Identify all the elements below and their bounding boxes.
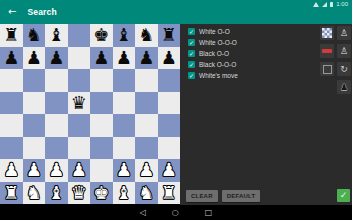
square-e4[interactable] — [90, 114, 113, 137]
square-g6[interactable] — [135, 69, 158, 92]
square-b6[interactable] — [23, 69, 46, 92]
black-p-piece: ♟ — [3, 49, 19, 67]
reset-board-icon[interactable]: ↻ — [337, 62, 351, 76]
checkbox-label: White's move — [199, 72, 238, 79]
current-board-icon[interactable] — [320, 26, 334, 40]
white-p-piece: ♟ — [161, 161, 177, 179]
square-c5[interactable] — [45, 92, 68, 115]
black-p-piece: ♟ — [93, 49, 109, 67]
black-p-piece: ♟ — [48, 49, 64, 67]
square-a2[interactable]: ♟ — [0, 159, 23, 182]
checkbox-black-ooo[interactable]: ✓Black O-O-O — [188, 61, 238, 68]
white-p-piece: ♟ — [116, 161, 132, 179]
checkmark-icon: ✓ — [189, 40, 194, 46]
page-title: Search — [27, 7, 57, 17]
square-e3[interactable] — [90, 137, 113, 160]
android-nav-bar: ◁ ○ □ — [0, 205, 352, 220]
square-d4[interactable] — [68, 114, 91, 137]
square-a8[interactable]: ♜ — [0, 24, 23, 47]
square-a7[interactable]: ♟ — [0, 47, 23, 70]
mini-board-icon — [322, 28, 332, 38]
square-a4[interactable] — [0, 114, 23, 137]
square-a3[interactable] — [0, 137, 23, 160]
square-c4[interactable] — [45, 114, 68, 137]
black-p-piece: ♟ — [161, 49, 177, 67]
white-p-piece: ♟ — [71, 161, 87, 179]
white-r-piece: ♜ — [3, 184, 19, 202]
white-p-piece: ♟ — [48, 161, 64, 179]
checkbox-black-oo[interactable]: ✓Black O-O — [188, 50, 238, 57]
empty-square-shape — [323, 65, 332, 74]
black-pawn-icon[interactable]: ♟ — [337, 80, 351, 94]
castling-options-list: ✓White O-O✓White O-O-O✓Black O-O✓Black O… — [188, 28, 238, 79]
square-e2[interactable] — [90, 159, 113, 182]
nav-back-icon[interactable]: ◁ — [140, 209, 146, 217]
empty-square-icon[interactable] — [320, 62, 334, 76]
checkbox-whites-move[interactable]: ✓White's move — [188, 72, 238, 79]
checkbox-box-black-ooo: ✓ — [188, 61, 195, 68]
square-g3[interactable] — [135, 137, 158, 160]
square-c7[interactable]: ♟ — [45, 47, 68, 70]
square-b4[interactable] — [23, 114, 46, 137]
signal-icon — [322, 2, 327, 7]
square-c3[interactable] — [45, 137, 68, 160]
confirm-search-button[interactable]: ✓ — [337, 189, 350, 202]
square-e6[interactable] — [90, 69, 113, 92]
square-c2[interactable]: ♟ — [45, 159, 68, 182]
white-b-piece: ♝ — [116, 184, 132, 202]
square-h1[interactable]: ♜ — [158, 182, 181, 205]
square-g5[interactable] — [135, 92, 158, 115]
square-f5[interactable] — [113, 92, 136, 115]
square-d8[interactable] — [68, 24, 91, 47]
search-panel: ✓White O-O✓White O-O-O✓Black O-O✓Black O… — [180, 24, 352, 205]
checkmark-icon: ✓ — [189, 62, 194, 68]
square-h5[interactable] — [158, 92, 181, 115]
status-bar: 1:00 — [313, 1, 348, 8]
black-b-piece: ♝ — [116, 26, 132, 44]
square-h8[interactable]: ♜ — [158, 24, 181, 47]
checkbox-box-black-oo: ✓ — [188, 50, 195, 57]
status-time: 1:00 — [336, 1, 348, 8]
square-b1[interactable]: ♞ — [23, 182, 46, 205]
square-f1[interactable]: ♝ — [113, 182, 136, 205]
black-q-piece: ♛ — [71, 94, 87, 112]
piece-tool-strip: ♙ ♙ ↻ ♟ — [320, 26, 351, 94]
white-b-piece: ♝ — [48, 184, 64, 202]
square-a5[interactable] — [0, 92, 23, 115]
black-p-piece: ♟ — [138, 49, 154, 67]
square-b3[interactable] — [23, 137, 46, 160]
back-arrow-icon[interactable]: ← — [8, 7, 16, 17]
black-p-piece: ♟ — [26, 49, 42, 67]
square-b8[interactable]: ♞ — [23, 24, 46, 47]
black-k-piece: ♚ — [93, 26, 109, 44]
square-h7[interactable]: ♟ — [158, 47, 181, 70]
square-f3[interactable] — [113, 137, 136, 160]
square-c1[interactable]: ♝ — [45, 182, 68, 205]
square-d1[interactable]: ♛ — [68, 182, 91, 205]
square-b7[interactable]: ♟ — [23, 47, 46, 70]
square-h3[interactable] — [158, 137, 181, 160]
square-e7[interactable]: ♟ — [90, 47, 113, 70]
square-h4[interactable] — [158, 114, 181, 137]
checkbox-white-oo[interactable]: ✓White O-O — [188, 28, 238, 35]
square-g8[interactable]: ♞ — [135, 24, 158, 47]
square-g7[interactable]: ♟ — [135, 47, 158, 70]
square-f8[interactable]: ♝ — [113, 24, 136, 47]
square-f6[interactable] — [113, 69, 136, 92]
white-r-piece: ♜ — [161, 184, 177, 202]
square-d5[interactable]: ♛ — [68, 92, 91, 115]
square-f2[interactable]: ♟ — [113, 159, 136, 182]
white-p-piece: ♟ — [138, 161, 154, 179]
square-f7[interactable]: ♟ — [113, 47, 136, 70]
checkbox-box-white-ooo: ✓ — [188, 39, 195, 46]
black-n-piece: ♞ — [138, 26, 154, 44]
checkbox-label: Black O-O — [199, 50, 229, 57]
square-c8[interactable]: ♝ — [45, 24, 68, 47]
square-h2[interactable]: ♟ — [158, 159, 181, 182]
clear-button[interactable]: CLEAR — [186, 190, 218, 202]
battery-icon — [330, 2, 333, 7]
black-r-piece: ♜ — [161, 26, 177, 44]
checkmark-icon: ✓ — [189, 29, 194, 35]
white-p-piece: ♟ — [3, 161, 19, 179]
square-d7[interactable] — [68, 47, 91, 70]
square-g1[interactable]: ♞ — [135, 182, 158, 205]
black-p-piece: ♟ — [116, 49, 132, 67]
nav-home-icon[interactable]: ○ — [172, 209, 179, 217]
square-b2[interactable]: ♟ — [23, 159, 46, 182]
default-button[interactable]: DEFAULT — [222, 190, 261, 202]
white-pawn-icon[interactable]: ♙ — [337, 26, 351, 40]
chess-board[interactable]: ♜♞♝♚♝♞♜♟♟♟♟♟♟♟♛♟♟♟♟♟♟♟♜♞♝♛♚♝♞♜ — [0, 24, 180, 204]
checkbox-box-white-oo: ✓ — [188, 28, 195, 35]
square-f4[interactable] — [113, 114, 136, 137]
nav-recents-icon[interactable]: □ — [205, 209, 213, 217]
square-d2[interactable]: ♟ — [68, 159, 91, 182]
bottom-actions: CLEAR DEFAULT — [186, 190, 260, 202]
checkbox-label: White O-O — [199, 28, 230, 35]
white-n-piece: ♞ — [138, 184, 154, 202]
checkbox-label: Black O-O-O — [199, 61, 236, 68]
wifi-icon — [313, 2, 319, 7]
white-k-piece: ♚ — [93, 184, 109, 202]
square-b5[interactable] — [23, 92, 46, 115]
checkmark-icon: ✓ — [189, 51, 194, 57]
white-n-piece: ♞ — [26, 184, 42, 202]
square-g4[interactable] — [135, 114, 158, 137]
check-icon: ✓ — [340, 191, 348, 200]
square-d3[interactable] — [68, 137, 91, 160]
square-e8[interactable]: ♚ — [90, 24, 113, 47]
square-d6[interactable] — [68, 69, 91, 92]
black-n-piece: ♞ — [26, 26, 42, 44]
square-a1[interactable]: ♜ — [0, 182, 23, 205]
black-r-piece: ♜ — [3, 26, 19, 44]
red-minus-icon — [322, 49, 332, 53]
white-q-piece: ♛ — [71, 184, 87, 202]
square-h6[interactable] — [158, 69, 181, 92]
square-c6[interactable] — [45, 69, 68, 92]
checkbox-white-ooo[interactable]: ✓White O-O-O — [188, 39, 238, 46]
square-g2[interactable]: ♟ — [135, 159, 158, 182]
checkbox-box-whites-move: ✓ — [188, 72, 195, 79]
app-bar: 1:00 ← Search — [0, 0, 352, 24]
delete-piece-icon[interactable] — [320, 44, 334, 58]
white-piece-icon[interactable]: ♙ — [337, 44, 351, 58]
square-e5[interactable] — [90, 92, 113, 115]
black-b-piece: ♝ — [48, 26, 64, 44]
square-e1[interactable]: ♚ — [90, 182, 113, 205]
checkbox-label: White O-O-O — [199, 39, 237, 46]
white-p-piece: ♟ — [26, 161, 42, 179]
square-a6[interactable] — [0, 69, 23, 92]
checkmark-icon: ✓ — [189, 73, 194, 79]
